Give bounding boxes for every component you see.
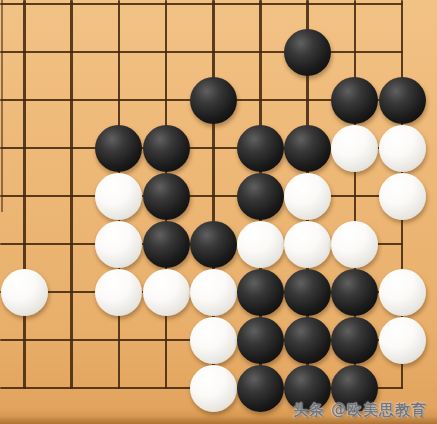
white-stone[interactable] (190, 317, 237, 364)
white-stone[interactable] (379, 269, 426, 316)
black-stone[interactable] (190, 221, 237, 268)
left-edge-grid-artifact (1, 0, 3, 212)
black-stone[interactable] (284, 317, 331, 364)
black-stone[interactable] (284, 269, 331, 316)
grid-line-horizontal (0, 51, 403, 54)
black-stone[interactable] (95, 125, 142, 172)
go-board-photo: 头条 @欧美思教育 (0, 0, 437, 424)
white-stone[interactable] (379, 173, 426, 220)
white-stone[interactable] (379, 317, 426, 364)
black-stone[interactable] (331, 269, 378, 316)
white-stone[interactable] (190, 269, 237, 316)
black-stone[interactable] (237, 317, 284, 364)
black-stone[interactable] (379, 77, 426, 124)
white-stone[interactable] (237, 221, 284, 268)
white-stone[interactable] (1, 269, 48, 316)
black-stone[interactable] (331, 77, 378, 124)
grid-line-vertical (70, 0, 73, 389)
black-stone[interactable] (143, 125, 190, 172)
white-stone[interactable] (190, 365, 237, 412)
black-stone[interactable] (237, 125, 284, 172)
white-stone[interactable] (95, 221, 142, 268)
white-stone[interactable] (143, 269, 190, 316)
black-stone[interactable] (284, 29, 331, 76)
black-stone[interactable] (237, 173, 284, 220)
black-stone[interactable] (143, 221, 190, 268)
watermark-text: 头条 @欧美思教育 (293, 401, 427, 419)
grid-line-horizontal (0, 195, 403, 198)
watermark: 头条 @欧美思教育 (293, 401, 427, 420)
white-stone[interactable] (331, 221, 378, 268)
white-stone[interactable] (331, 125, 378, 172)
white-stone[interactable] (95, 173, 142, 220)
white-stone[interactable] (284, 221, 331, 268)
grid-line-horizontal (0, 3, 403, 6)
black-stone[interactable] (237, 269, 284, 316)
white-stone[interactable] (379, 125, 426, 172)
grid-line-vertical (23, 0, 26, 389)
black-stone[interactable] (143, 173, 190, 220)
white-stone[interactable] (95, 269, 142, 316)
black-stone[interactable] (237, 365, 284, 412)
white-stone[interactable] (284, 173, 331, 220)
black-stone[interactable] (190, 77, 237, 124)
black-stone[interactable] (331, 317, 378, 364)
black-stone[interactable] (284, 125, 331, 172)
